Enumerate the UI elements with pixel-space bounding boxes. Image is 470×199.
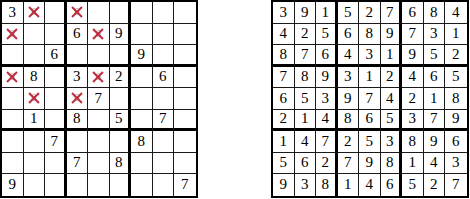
- cell-r6c9: [174, 110, 196, 132]
- cell-r5c1: [2, 88, 24, 110]
- cell-r1c9: 4: [445, 2, 467, 24]
- cell-r8c8: 4: [424, 153, 446, 175]
- cell-r8c9: 3: [445, 153, 467, 175]
- cell-r6c1: [2, 110, 24, 132]
- cell-r2c4: 6: [67, 24, 89, 46]
- elimination-x-icon: [71, 92, 83, 104]
- cell-r8c3: [45, 153, 67, 175]
- cell-r9c5: [88, 174, 110, 196]
- cell-r7c5: [88, 131, 110, 153]
- cell-r5c6: 4: [381, 88, 403, 110]
- cell-r9c7: 5: [402, 174, 424, 196]
- cell-r9c9: 7: [174, 174, 196, 196]
- cell-r8c1: [2, 153, 24, 175]
- cell-r3c9: [174, 45, 196, 67]
- cell-r5c6: [110, 88, 132, 110]
- cell-r2c5: 6: [88, 24, 110, 46]
- sudoku-diagram: 3666669696836266671857787897 39152768442…: [0, 0, 470, 199]
- cell-r3c7: 9: [131, 45, 153, 67]
- cell-r7c3: 7: [45, 131, 67, 153]
- cell-r9c2: [24, 174, 46, 196]
- cell-r5c9: [174, 88, 196, 110]
- cell-r2c9: 1: [445, 24, 467, 46]
- cell-r8c2: 6: [295, 153, 317, 175]
- cell-r1c1: 3: [273, 2, 295, 24]
- cell-r1c2: 6: [24, 2, 46, 24]
- cell-r6c2: 1: [295, 110, 317, 132]
- cell-r5c7: 2: [402, 88, 424, 110]
- elimination-x-icon: [92, 71, 104, 83]
- cell-r6c7: 3: [402, 110, 424, 132]
- cell-r9c4: 1: [338, 174, 360, 196]
- cell-r7c2: 4: [295, 131, 317, 153]
- elimination-x-icon: [28, 92, 40, 104]
- cell-r8c5: [88, 153, 110, 175]
- cell-r4c1: 7: [273, 67, 295, 89]
- cell-r6c5: 6: [359, 110, 381, 132]
- elimination-x-icon: [6, 28, 18, 40]
- cell-r6c1: 2: [273, 110, 295, 132]
- cell-r3c1: [2, 45, 24, 67]
- cell-r7c2: [24, 131, 46, 153]
- cell-r6c4: 8: [67, 110, 89, 132]
- elimination-x-icon: [71, 6, 83, 18]
- cell-r2c2: 2: [295, 24, 317, 46]
- cell-r6c2: 1: [24, 110, 46, 132]
- cell-r9c7: [131, 174, 153, 196]
- cell-r6c9: 9: [445, 110, 467, 132]
- cell-r2c5: 8: [359, 24, 381, 46]
- cell-r4c5: 1: [359, 67, 381, 89]
- cell-r7c4: [67, 131, 89, 153]
- cell-r5c7: [131, 88, 153, 110]
- cell-r6c3: [45, 110, 67, 132]
- cell-r5c3: [45, 88, 67, 110]
- cell-r3c8: [153, 45, 175, 67]
- cell-r9c9: 7: [445, 174, 467, 196]
- puzzle-board: 3666669696836266671857787897: [0, 0, 198, 198]
- cell-r5c8: 1: [424, 88, 446, 110]
- cell-r1c8: 8: [424, 2, 446, 24]
- cell-r2c2: [24, 24, 46, 46]
- cell-r1c8: [153, 2, 175, 24]
- cell-r4c6: 2: [381, 67, 403, 89]
- cell-r7c6: [110, 131, 132, 153]
- cell-r8c4: 7: [338, 153, 360, 175]
- cell-r1c2: 9: [295, 2, 317, 24]
- cell-r4c7: [131, 67, 153, 89]
- cell-r5c4: 9: [338, 88, 360, 110]
- elimination-x-icon: [6, 71, 18, 83]
- cell-r8c4: 7: [67, 153, 89, 175]
- cell-r8c9: [174, 153, 196, 175]
- cell-r5c2: 6: [24, 88, 46, 110]
- cell-r2c7: [131, 24, 153, 46]
- cell-r3c3: 6: [316, 45, 338, 67]
- cell-r9c6: [110, 174, 132, 196]
- cell-r8c3: 2: [316, 153, 338, 175]
- cell-r1c7: 6: [402, 2, 424, 24]
- cell-r4c2: 8: [295, 67, 317, 89]
- cell-r2c3: 5: [316, 24, 338, 46]
- cell-r7c8: 9: [424, 131, 446, 153]
- cell-r1c3: 1: [316, 2, 338, 24]
- cell-r3c6: 1: [381, 45, 403, 67]
- cell-r9c4: [67, 174, 89, 196]
- cell-r5c5: 7: [359, 88, 381, 110]
- cell-r8c7: 1: [402, 153, 424, 175]
- cell-r6c6: 5: [381, 110, 403, 132]
- cell-r3c6: [110, 45, 132, 67]
- cell-r1c5: 2: [359, 2, 381, 24]
- cell-r5c9: 8: [445, 88, 467, 110]
- cell-r8c2: [24, 153, 46, 175]
- cell-r2c1: 4: [273, 24, 295, 46]
- cell-r7c8: [153, 131, 175, 153]
- cell-r2c7: 7: [402, 24, 424, 46]
- cell-r9c8: 2: [424, 174, 446, 196]
- cell-r8c7: [131, 153, 153, 175]
- cell-r9c2: 3: [295, 174, 317, 196]
- cell-r9c1: 9: [2, 174, 24, 196]
- cell-r9c1: 9: [273, 174, 295, 196]
- cell-r7c4: 2: [338, 131, 360, 153]
- cell-r6c7: [131, 110, 153, 132]
- cell-r5c2: 5: [295, 88, 317, 110]
- cell-r2c6: 9: [110, 24, 132, 46]
- cell-r9c5: 4: [359, 174, 381, 196]
- cell-r7c6: 3: [381, 131, 403, 153]
- cell-r7c7: 8: [131, 131, 153, 153]
- cell-r4c3: [45, 67, 67, 89]
- cell-r3c3: 6: [45, 45, 67, 67]
- cell-r3c1: 8: [273, 45, 295, 67]
- cell-r4c7: 4: [402, 67, 424, 89]
- cell-r3c8: 5: [424, 45, 446, 67]
- cell-r8c6: 8: [110, 153, 132, 175]
- cell-r6c8: 7: [153, 110, 175, 132]
- cell-r4c9: [174, 67, 196, 89]
- cell-r4c3: 9: [316, 67, 338, 89]
- cell-r3c4: 4: [338, 45, 360, 67]
- cell-r9c3: [45, 174, 67, 196]
- cell-r4c9: 5: [445, 67, 467, 89]
- elimination-x-icon: [28, 6, 40, 18]
- cell-r2c8: [153, 24, 175, 46]
- cell-r7c1: 1: [273, 131, 295, 153]
- cell-r2c9: [174, 24, 196, 46]
- cell-r4c1: 6: [2, 67, 24, 89]
- cell-r7c1: [2, 131, 24, 153]
- cell-r1c9: [174, 2, 196, 24]
- cell-r6c8: 7: [424, 110, 446, 132]
- cell-r4c8: 6: [424, 67, 446, 89]
- cell-r9c6: 6: [381, 174, 403, 196]
- cell-r4c8: 6: [153, 67, 175, 89]
- cell-r3c2: [24, 45, 46, 67]
- cell-r3c9: 2: [445, 45, 467, 67]
- cell-r1c7: [131, 2, 153, 24]
- cell-r1c5: [88, 2, 110, 24]
- cell-r8c5: 9: [359, 153, 381, 175]
- cell-r3c7: 9: [402, 45, 424, 67]
- cell-r5c1: 6: [273, 88, 295, 110]
- cell-r8c1: 5: [273, 153, 295, 175]
- cell-r1c6: [110, 2, 132, 24]
- cell-r5c8: [153, 88, 175, 110]
- cell-r8c8: [153, 153, 175, 175]
- cell-r2c1: 6: [2, 24, 24, 46]
- cell-r7c9: [174, 131, 196, 153]
- cell-r6c6: 5: [110, 110, 132, 132]
- cell-r1c1: 3: [2, 2, 24, 24]
- cell-r7c5: 5: [359, 131, 381, 153]
- elimination-x-icon: [92, 28, 104, 40]
- cell-r1c6: 7: [381, 2, 403, 24]
- cell-r9c8: [153, 174, 175, 196]
- cell-r4c4: 3: [338, 67, 360, 89]
- cell-r3c2: 7: [295, 45, 317, 67]
- cell-r8c6: 8: [381, 153, 403, 175]
- cell-r1c3: [45, 2, 67, 24]
- cell-r7c3: 7: [316, 131, 338, 153]
- cell-r5c3: 3: [316, 88, 338, 110]
- cell-r7c9: 6: [445, 131, 467, 153]
- cell-r2c8: 3: [424, 24, 446, 46]
- cell-r3c4: [67, 45, 89, 67]
- cell-r4c6: 2: [110, 67, 132, 89]
- cell-r9c3: 8: [316, 174, 338, 196]
- cell-r6c5: [88, 110, 110, 132]
- cell-r2c6: 9: [381, 24, 403, 46]
- cell-r7c7: 8: [402, 131, 424, 153]
- solution-board: 3915276844256897318764319527893124656539…: [271, 0, 469, 198]
- cell-r6c4: 8: [338, 110, 360, 132]
- cell-r2c3: [45, 24, 67, 46]
- cell-r6c3: 4: [316, 110, 338, 132]
- cell-r1c4: 6: [67, 2, 89, 24]
- cell-r5c4: 6: [67, 88, 89, 110]
- cell-r2c4: 6: [338, 24, 360, 46]
- cell-r3c5: [88, 45, 110, 67]
- cell-r5c5: 7: [88, 88, 110, 110]
- cell-r4c2: 8: [24, 67, 46, 89]
- cell-r4c5: 6: [88, 67, 110, 89]
- cell-r3c5: 3: [359, 45, 381, 67]
- cell-r4c4: 3: [67, 67, 89, 89]
- cell-r1c4: 5: [338, 2, 360, 24]
